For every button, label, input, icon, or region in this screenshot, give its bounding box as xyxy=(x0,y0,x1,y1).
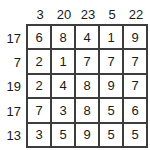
grid-cell[interactable]: 5 xyxy=(100,99,124,123)
grid-cell[interactable]: 9 xyxy=(100,75,124,99)
grid-cell[interactable]: 9 xyxy=(124,26,148,50)
grid-cell[interactable]: 9 xyxy=(76,124,100,148)
col-target: 20 xyxy=(52,0,76,24)
grid-cell[interactable]: 6 xyxy=(28,26,52,50)
grid-cell[interactable]: 4 xyxy=(52,75,76,99)
grid-cell[interactable]: 7 xyxy=(28,99,52,123)
grid-cell[interactable]: 7 xyxy=(124,75,148,99)
grid-cell[interactable]: 7 xyxy=(76,50,100,74)
puzzle-layout: 3 20 23 5 22 17 7 19 17 13 6 8 4 1 9 2 1… xyxy=(0,0,150,150)
row-target: 17 xyxy=(0,26,26,50)
grid-cell[interactable]: 8 xyxy=(76,75,100,99)
grid-cell[interactable]: 5 xyxy=(52,124,76,148)
grid-cell[interactable]: 3 xyxy=(28,124,52,148)
row-target: 7 xyxy=(0,50,26,74)
grid-cell[interactable]: 2 xyxy=(28,50,52,74)
grid-cell[interactable]: 3 xyxy=(52,99,76,123)
grid-cell[interactable]: 5 xyxy=(124,124,148,148)
grid-cell[interactable]: 1 xyxy=(52,50,76,74)
grid-cell[interactable]: 6 xyxy=(124,99,148,123)
column-targets: 3 20 23 5 22 xyxy=(26,0,148,24)
grid-cell[interactable]: 8 xyxy=(76,99,100,123)
grid-cell[interactable]: 7 xyxy=(124,50,148,74)
grid-cell[interactable]: 2 xyxy=(28,75,52,99)
puzzle-board: 6 8 4 1 9 2 1 7 7 7 2 4 8 9 7 7 3 8 5 6 … xyxy=(26,24,148,148)
col-target: 22 xyxy=(124,0,148,24)
grid-cell[interactable]: 4 xyxy=(76,26,100,50)
row-target: 13 xyxy=(0,124,26,148)
grid-cell[interactable]: 1 xyxy=(100,26,124,50)
puzzle-page: 3 20 23 5 22 17 7 19 17 13 6 8 4 1 9 2 1… xyxy=(0,0,150,150)
corner-spacer xyxy=(0,0,26,24)
row-target: 19 xyxy=(0,75,26,99)
grid-cell[interactable]: 8 xyxy=(52,26,76,50)
col-target: 5 xyxy=(100,0,124,24)
grid-cell[interactable]: 5 xyxy=(100,124,124,148)
row-targets: 17 7 19 17 13 xyxy=(0,24,26,148)
col-target: 23 xyxy=(76,0,100,24)
col-target: 3 xyxy=(28,0,52,24)
row-target: 17 xyxy=(0,99,26,123)
grid-cell[interactable]: 7 xyxy=(100,50,124,74)
